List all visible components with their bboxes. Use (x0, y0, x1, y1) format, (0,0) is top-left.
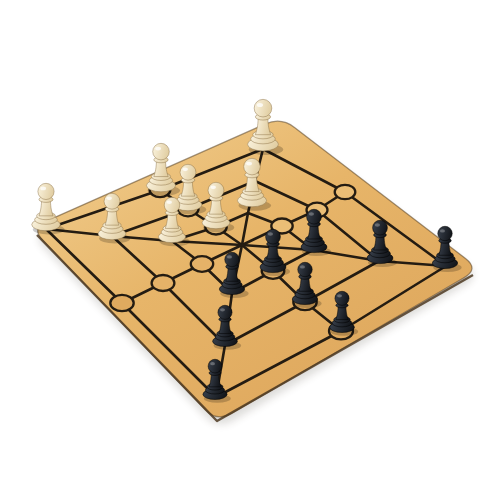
pawn-highlight (309, 212, 314, 215)
pawn-head (38, 183, 54, 199)
point-marker-d2[interactable] (152, 275, 175, 291)
pawn-highlight (257, 103, 263, 107)
pawn-highlight (220, 308, 225, 311)
pawn-highlight (210, 186, 216, 190)
pawn-highlight (167, 200, 172, 204)
pawn-highlight (300, 265, 305, 268)
pawn-highlight (440, 229, 445, 232)
pawn-highlight (155, 147, 161, 151)
pawn-head (180, 164, 196, 180)
pawn-highlight (375, 223, 380, 226)
pawn-head (164, 197, 180, 213)
pawn-highlight (182, 168, 188, 172)
pawn-highlight (227, 255, 232, 258)
pawn-head (335, 291, 349, 305)
white-pawn-a1[interactable] (32, 183, 65, 234)
pawn-head (266, 229, 281, 244)
pawn-head (225, 252, 239, 266)
pawn-head (307, 209, 322, 224)
point-marker-d1[interactable] (110, 295, 133, 311)
pawn-head (373, 220, 388, 235)
pawn-highlight (210, 362, 215, 365)
pawn-head (104, 193, 120, 209)
pawn-head (208, 182, 224, 198)
pawn-highlight (246, 162, 252, 166)
board-game-product-photo (0, 0, 500, 500)
pawn-head (208, 359, 222, 373)
pawn-head (153, 143, 170, 160)
pawn-highlight (268, 232, 273, 235)
pawn-head (298, 262, 312, 276)
pawn-highlight (337, 294, 342, 297)
point-marker-d7[interactable] (335, 185, 356, 199)
pawn-head (254, 99, 272, 117)
pawn-highlight (40, 187, 46, 191)
pawn-highlight (106, 197, 112, 201)
pawn-head (438, 226, 452, 240)
pawn-head (244, 158, 261, 175)
point-marker-d3[interactable] (191, 256, 213, 272)
pawn-head (218, 305, 232, 319)
morris-board (0, 0, 500, 500)
